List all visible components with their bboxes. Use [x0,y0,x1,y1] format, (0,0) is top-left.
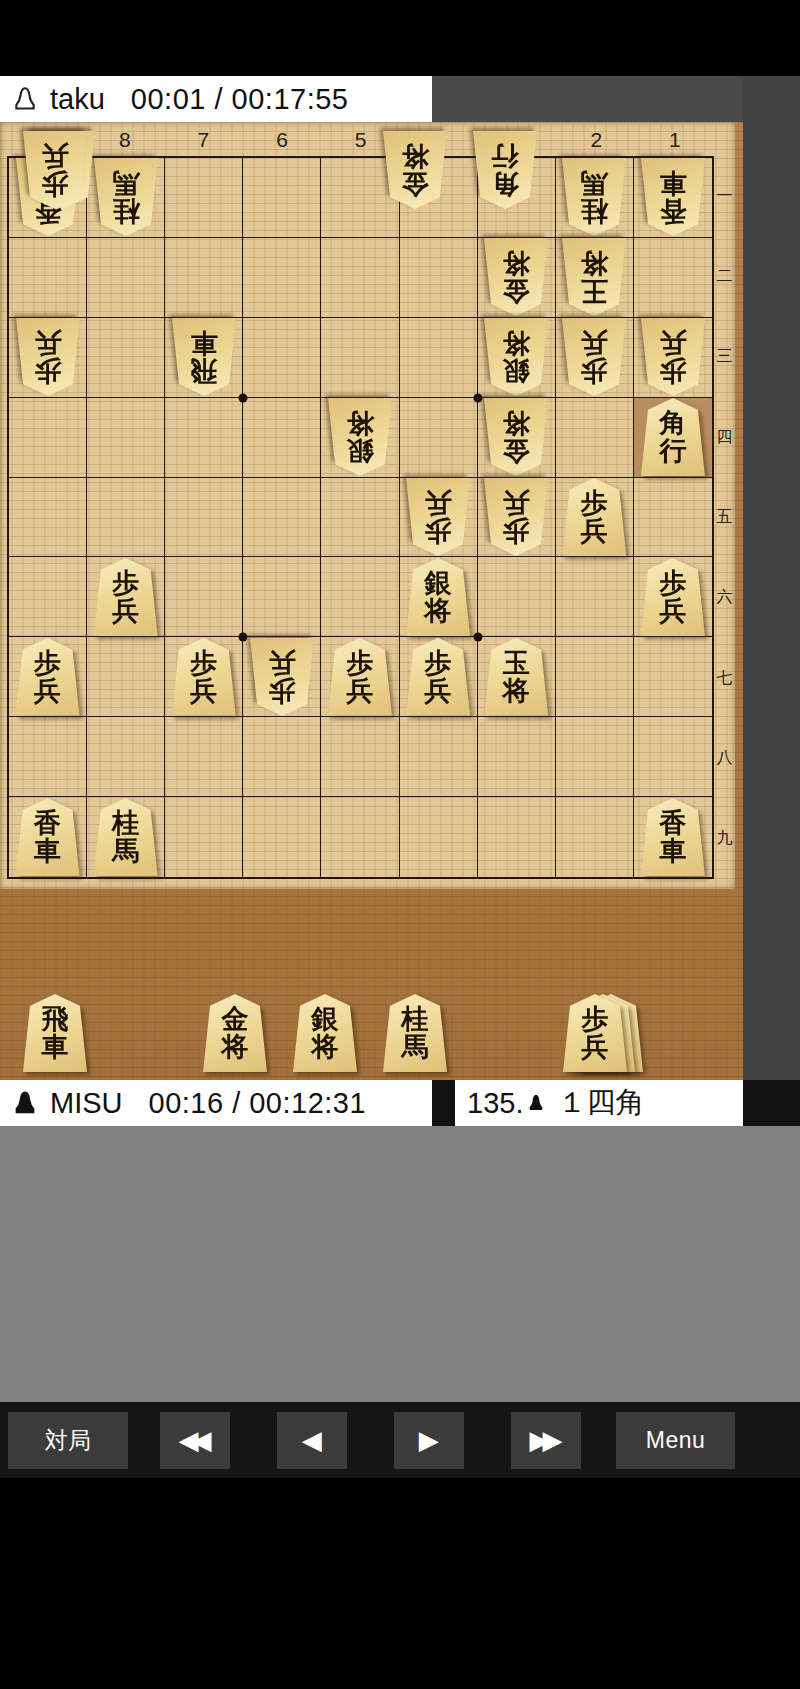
board-cell[interactable]: 歩兵 [556,318,634,398]
star-point [473,633,482,642]
board-cell[interactable]: 歩兵 [87,557,165,637]
bottom-player-clock: 00:16 / 00:12:31 [149,1087,367,1120]
rank-label: 八 [714,718,735,798]
board-cell[interactable] [165,717,243,797]
board-cell[interactable]: 金将 [478,398,556,478]
board-cell[interactable] [87,717,165,797]
board-cell[interactable] [87,238,165,318]
rank-labels: 一二三四五六七八九 [714,156,735,879]
board-cell[interactable] [400,318,478,398]
file-label: 2 [557,122,636,156]
file-labels: 987654321 [7,122,714,156]
shogi-piece[interactable]: 金将 [484,238,548,316]
board-cell[interactable] [87,318,165,398]
board-cell[interactable] [9,717,87,797]
bottom-filler [0,1478,800,1689]
shogi-piece[interactable]: 香車 [641,158,705,236]
hand-stack[interactable]: 桂馬 [383,994,447,1072]
top-player-bar: taku 00:01 / 00:17:55 [0,76,800,122]
shogi-piece[interactable]: 銀将 [328,398,392,476]
board-cell[interactable]: 桂馬 [87,797,165,877]
board-cell[interactable] [9,398,87,478]
board-cell[interactable]: 香車 [634,797,712,877]
sente-move-mark-icon [525,1092,547,1114]
board-cell[interactable] [634,478,712,558]
board-cell[interactable]: 金将 [478,238,556,318]
move-number: 135. [467,1087,523,1120]
fast-rewind-button[interactable]: ◀◀ [160,1412,230,1469]
hand-stack[interactable]: 角行 [473,131,537,209]
board-cell[interactable] [400,398,478,478]
shogi-piece[interactable]: 角行 [473,131,537,209]
board-cell[interactable] [243,797,321,877]
board-cell[interactable]: 角行 [634,398,712,478]
board-cell[interactable]: 歩兵 [634,557,712,637]
shogi-piece[interactable]: 香車 [16,798,80,876]
file-label: 6 [243,122,322,156]
shogi-piece[interactable]: 角行 [641,398,705,476]
rank-label: 四 [714,397,735,477]
hand-stack[interactable]: 金将 [203,994,267,1072]
board-cell[interactable] [243,557,321,637]
star-point [239,633,248,642]
shogi-piece[interactable]: 銀将 [293,994,357,1072]
top-player-clock: 00:01 / 00:17:55 [131,83,349,116]
board-cell[interactable]: 玉将 [478,637,556,717]
board-cell[interactable] [321,797,399,877]
board-cell[interactable] [556,797,634,877]
right-margin-strip [743,76,800,1126]
hand-stack[interactable]: 歩兵 [23,131,87,209]
shogi-piece[interactable]: 金将 [383,131,447,209]
board-cell[interactable] [321,557,399,637]
board-cell[interactable] [87,398,165,478]
top-player-name: taku [50,83,105,116]
star-point [239,393,248,402]
shogi-piece[interactable]: 銀将 [484,318,548,396]
board-cell[interactable] [556,557,634,637]
board-cell[interactable] [634,637,712,717]
board-cell[interactable] [165,478,243,558]
hand-stack[interactable]: 歩兵 [563,994,627,1072]
board-cell[interactable]: 銀将 [478,318,556,398]
fast-forward-button[interactable]: ▶▶ [511,1412,581,1469]
board-cell[interactable] [9,557,87,637]
shogi-piece[interactable]: 飛車 [172,318,236,396]
shogi-piece[interactable]: 歩兵 [94,558,158,636]
board-cell[interactable] [243,717,321,797]
shogi-piece[interactable]: 歩兵 [562,478,626,556]
board-cell[interactable] [165,238,243,318]
board-cell[interactable] [321,318,399,398]
shogi-piece[interactable]: 桂馬 [94,798,158,876]
shogi-piece[interactable]: 桂馬 [94,158,158,236]
board-cell[interactable] [556,717,634,797]
sente-hand-tray[interactable]: 飛車金将銀将桂馬歩兵 [0,985,743,1080]
shogi-piece[interactable]: 飛車 [23,994,87,1072]
shogi-piece[interactable]: 桂馬 [383,994,447,1072]
board-cell[interactable]: 歩兵 [634,318,712,398]
rank-label: 七 [714,638,735,718]
board-cell[interactable] [634,238,712,318]
step-forward-button[interactable]: ▶ [394,1412,464,1469]
top-player-panel: taku 00:01 / 00:17:55 [0,76,432,122]
board-cell[interactable]: 飛車 [165,318,243,398]
shogi-piece[interactable]: 歩兵 [562,318,626,396]
shogi-piece[interactable]: 金将 [203,994,267,1072]
board-cell[interactable] [165,557,243,637]
board-cell[interactable] [321,717,399,797]
shogi-piece[interactable]: 歩兵 [406,478,470,556]
shogi-piece[interactable]: 歩兵 [16,638,80,716]
shogi-board[interactable]: 香車桂馬桂馬香車金将王将歩兵飛車銀将歩兵歩兵銀将金将角行歩兵歩兵歩兵歩兵銀将歩兵… [7,156,714,879]
board-cell[interactable] [243,158,321,238]
shogi-board-frame: 歩兵金将角行 987654321 一二三四五六七八九 香車桂馬桂馬香車金将王将歩… [0,122,743,1080]
step-back-button[interactable]: ◀ [277,1412,347,1469]
hand-stack[interactable]: 金将 [383,131,447,209]
board-cell[interactable] [478,557,556,637]
shogi-piece[interactable]: 歩兵 [172,638,236,716]
board-cell[interactable] [9,238,87,318]
board-plate: 987654321 一二三四五六七八九 香車桂馬桂馬香車金将王将歩兵飛車銀将歩兵… [0,122,735,889]
shogi-piece[interactable]: 香車 [641,798,705,876]
board-cell[interactable]: 桂馬 [87,158,165,238]
board-cell[interactable]: 歩兵 [556,478,634,558]
hand-stack[interactable]: 銀将 [293,994,357,1072]
board-cell[interactable] [556,398,634,478]
shogi-piece[interactable]: 金将 [484,398,548,476]
shogi-piece[interactable]: 桂馬 [562,158,626,236]
board-cell[interactable] [634,717,712,797]
sente-piece-icon [10,1088,40,1118]
bottom-player-name: MISU [50,1087,123,1120]
board-cell[interactable]: 歩兵 [400,637,478,717]
board-cell[interactable] [165,398,243,478]
board-cell[interactable]: 王将 [556,238,634,318]
board-cell[interactable]: 歩兵 [478,478,556,558]
file-label: 1 [636,122,715,156]
status-bar [0,0,800,76]
last-move-label: １四角 [557,1083,644,1123]
board-cell[interactable]: 銀将 [400,557,478,637]
shogi-piece[interactable]: 銀将 [406,558,470,636]
board-cell[interactable]: 銀将 [321,398,399,478]
board-cell[interactable]: 歩兵 [243,637,321,717]
rank-label: 六 [714,558,735,638]
board-cell[interactable] [87,478,165,558]
bottom-player-panel: MISU 00:16 / 00:12:31 [0,1080,432,1126]
board-cell[interactable] [321,238,399,318]
board-cell[interactable] [165,158,243,238]
rank-label: 五 [714,477,735,557]
file-label: 8 [86,122,165,156]
board-cell[interactable]: 歩兵 [165,637,243,717]
rank-label: 九 [714,799,735,879]
shogi-piece[interactable]: 王将 [562,238,626,316]
board-cell[interactable] [400,717,478,797]
board-cell[interactable]: 歩兵 [9,318,87,398]
board-cell[interactable] [243,238,321,318]
shogi-piece[interactable]: 歩兵 [563,994,627,1072]
rank-label: 一 [714,156,735,236]
rank-label: 二 [714,236,735,316]
board-cell[interactable] [243,318,321,398]
menu-button[interactable]: Menu [616,1412,735,1469]
shogi-piece[interactable]: 歩兵 [16,318,80,396]
board-cell[interactable] [87,637,165,717]
board-cell[interactable] [243,398,321,478]
toolbar: 対局◀◀◀▶▶▶Menu [0,1402,800,1478]
shogi-piece[interactable]: 歩兵 [406,638,470,716]
board-cell[interactable]: 歩兵 [321,637,399,717]
gote-piece-icon [10,84,40,114]
file-label: 7 [164,122,243,156]
hand-stack[interactable]: 飛車 [23,994,87,1072]
move-indicator: 135. １四角 [455,1080,743,1126]
shogi-piece[interactable]: 歩兵 [250,638,314,716]
bottom-player-bar: MISU 00:16 / 00:12:31 135. １四角 [0,1080,800,1126]
shogi-piece[interactable]: 歩兵 [641,318,705,396]
board-cell[interactable]: 香車 [9,797,87,877]
board-cell[interactable]: 歩兵 [400,478,478,558]
empty-panel [0,1126,800,1402]
shogi-piece[interactable]: 歩兵 [23,131,87,209]
board-cell[interactable] [478,797,556,877]
board-cell[interactable] [9,478,87,558]
board-cell[interactable] [400,238,478,318]
rank-label: 三 [714,317,735,397]
shogi-piece[interactable]: 歩兵 [641,558,705,636]
star-point [473,393,482,402]
board-cell[interactable] [400,797,478,877]
board-cell[interactable]: 香車 [634,158,712,238]
shogi-piece[interactable]: 玉将 [484,638,548,716]
shogi-piece[interactable]: 歩兵 [484,478,548,556]
board-cell[interactable] [243,478,321,558]
shogi-piece[interactable]: 歩兵 [328,638,392,716]
board-cell[interactable]: 歩兵 [9,637,87,717]
board-cell[interactable] [556,637,634,717]
board-cell[interactable]: 桂馬 [556,158,634,238]
board-cell[interactable] [478,717,556,797]
game-start-button[interactable]: 対局 [8,1412,128,1469]
board-cell[interactable] [165,797,243,877]
board-cell[interactable] [321,478,399,558]
